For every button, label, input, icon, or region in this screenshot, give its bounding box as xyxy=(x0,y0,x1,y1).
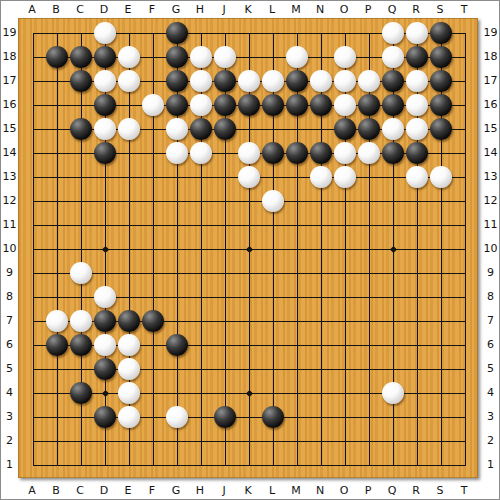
intersection-J17[interactable] xyxy=(213,69,237,93)
intersection-R4[interactable] xyxy=(405,381,429,405)
intersection-S6[interactable] xyxy=(429,333,453,357)
intersection-K2[interactable] xyxy=(237,429,261,453)
intersection-J7[interactable] xyxy=(213,309,237,333)
intersection-D5[interactable] xyxy=(93,357,117,381)
intersection-P8[interactable] xyxy=(357,285,381,309)
intersection-H17[interactable] xyxy=(189,69,213,93)
intersection-C8[interactable] xyxy=(69,285,93,309)
intersection-T13[interactable] xyxy=(453,165,477,189)
intersection-O9[interactable] xyxy=(333,261,357,285)
intersection-H6[interactable] xyxy=(189,333,213,357)
intersection-P12[interactable] xyxy=(357,189,381,213)
intersection-B6[interactable] xyxy=(45,333,69,357)
intersection-M3[interactable] xyxy=(285,405,309,429)
intersection-O11[interactable] xyxy=(333,213,357,237)
intersection-N12[interactable] xyxy=(309,189,333,213)
intersection-N17[interactable] xyxy=(309,69,333,93)
intersection-F14[interactable] xyxy=(141,141,165,165)
intersection-S16[interactable] xyxy=(429,93,453,117)
intersection-T6[interactable] xyxy=(453,333,477,357)
intersection-O15[interactable] xyxy=(333,117,357,141)
intersection-J2[interactable] xyxy=(213,429,237,453)
intersection-J6[interactable] xyxy=(213,333,237,357)
intersection-P11[interactable] xyxy=(357,213,381,237)
intersection-T15[interactable] xyxy=(453,117,477,141)
intersection-E11[interactable] xyxy=(117,213,141,237)
intersection-R10[interactable] xyxy=(405,237,429,261)
intersection-S15[interactable] xyxy=(429,117,453,141)
intersection-L8[interactable] xyxy=(261,285,285,309)
intersection-L18[interactable] xyxy=(261,45,285,69)
intersection-Q17[interactable] xyxy=(381,69,405,93)
intersection-R6[interactable] xyxy=(405,333,429,357)
intersection-G3[interactable] xyxy=(165,405,189,429)
intersection-O12[interactable] xyxy=(333,189,357,213)
intersection-K11[interactable] xyxy=(237,213,261,237)
intersection-D8[interactable] xyxy=(93,285,117,309)
intersection-T12[interactable] xyxy=(453,189,477,213)
intersection-T10[interactable] xyxy=(453,237,477,261)
intersection-B9[interactable] xyxy=(45,261,69,285)
intersection-Q5[interactable] xyxy=(381,357,405,381)
intersection-J19[interactable] xyxy=(213,21,237,45)
intersection-S8[interactable] xyxy=(429,285,453,309)
intersection-T9[interactable] xyxy=(453,261,477,285)
intersection-H1[interactable] xyxy=(189,453,213,477)
intersection-A1[interactable] xyxy=(21,453,45,477)
intersection-C7[interactable] xyxy=(69,309,93,333)
intersection-N5[interactable] xyxy=(309,357,333,381)
intersection-P14[interactable] xyxy=(357,141,381,165)
intersection-L15[interactable] xyxy=(261,117,285,141)
intersection-N3[interactable] xyxy=(309,405,333,429)
intersection-E14[interactable] xyxy=(117,141,141,165)
intersection-M12[interactable] xyxy=(285,189,309,213)
intersection-C13[interactable] xyxy=(69,165,93,189)
intersection-M17[interactable] xyxy=(285,69,309,93)
intersection-L3[interactable] xyxy=(261,405,285,429)
intersection-Q16[interactable] xyxy=(381,93,405,117)
intersection-M7[interactable] xyxy=(285,309,309,333)
intersection-J12[interactable] xyxy=(213,189,237,213)
intersection-J3[interactable] xyxy=(213,405,237,429)
intersection-N11[interactable] xyxy=(309,213,333,237)
intersection-Q3[interactable] xyxy=(381,405,405,429)
intersection-T8[interactable] xyxy=(453,285,477,309)
intersection-H2[interactable] xyxy=(189,429,213,453)
intersection-A6[interactable] xyxy=(21,333,45,357)
intersection-H13[interactable] xyxy=(189,165,213,189)
intersection-P18[interactable] xyxy=(357,45,381,69)
intersection-P17[interactable] xyxy=(357,69,381,93)
intersection-D9[interactable] xyxy=(93,261,117,285)
intersection-S4[interactable] xyxy=(429,381,453,405)
intersection-A12[interactable] xyxy=(21,189,45,213)
intersection-E5[interactable] xyxy=(117,357,141,381)
intersection-H15[interactable] xyxy=(189,117,213,141)
intersection-L1[interactable] xyxy=(261,453,285,477)
intersection-A17[interactable] xyxy=(21,69,45,93)
intersection-F9[interactable] xyxy=(141,261,165,285)
intersection-O7[interactable] xyxy=(333,309,357,333)
intersection-E18[interactable] xyxy=(117,45,141,69)
intersection-F12[interactable] xyxy=(141,189,165,213)
intersection-R18[interactable] xyxy=(405,45,429,69)
intersection-F18[interactable] xyxy=(141,45,165,69)
intersection-K14[interactable] xyxy=(237,141,261,165)
intersection-L11[interactable] xyxy=(261,213,285,237)
intersection-D13[interactable] xyxy=(93,165,117,189)
intersection-N1[interactable] xyxy=(309,453,333,477)
intersection-J14[interactable] xyxy=(213,141,237,165)
intersection-E19[interactable] xyxy=(117,21,141,45)
intersection-B17[interactable] xyxy=(45,69,69,93)
intersection-T18[interactable] xyxy=(453,45,477,69)
intersection-L6[interactable] xyxy=(261,333,285,357)
intersection-H12[interactable] xyxy=(189,189,213,213)
intersection-M15[interactable] xyxy=(285,117,309,141)
intersection-C11[interactable] xyxy=(69,213,93,237)
intersection-F10[interactable] xyxy=(141,237,165,261)
intersection-T19[interactable] xyxy=(453,21,477,45)
intersection-K18[interactable] xyxy=(237,45,261,69)
intersection-N18[interactable] xyxy=(309,45,333,69)
intersection-A4[interactable] xyxy=(21,381,45,405)
intersection-J8[interactable] xyxy=(213,285,237,309)
intersection-O18[interactable] xyxy=(333,45,357,69)
intersection-C18[interactable] xyxy=(69,45,93,69)
intersection-G18[interactable] xyxy=(165,45,189,69)
intersection-T2[interactable] xyxy=(453,429,477,453)
intersection-R2[interactable] xyxy=(405,429,429,453)
intersection-D1[interactable] xyxy=(93,453,117,477)
intersection-M10[interactable] xyxy=(285,237,309,261)
intersection-C16[interactable] xyxy=(69,93,93,117)
intersection-R9[interactable] xyxy=(405,261,429,285)
intersection-D11[interactable] xyxy=(93,213,117,237)
intersection-L7[interactable] xyxy=(261,309,285,333)
intersection-O8[interactable] xyxy=(333,285,357,309)
intersection-P1[interactable] xyxy=(357,453,381,477)
intersection-F1[interactable] xyxy=(141,453,165,477)
intersection-C14[interactable] xyxy=(69,141,93,165)
intersection-H19[interactable] xyxy=(189,21,213,45)
intersection-C2[interactable] xyxy=(69,429,93,453)
intersection-M19[interactable] xyxy=(285,21,309,45)
intersection-A5[interactable] xyxy=(21,357,45,381)
intersection-P6[interactable] xyxy=(357,333,381,357)
intersection-N13[interactable] xyxy=(309,165,333,189)
intersection-B5[interactable] xyxy=(45,357,69,381)
intersection-J13[interactable] xyxy=(213,165,237,189)
intersection-R5[interactable] xyxy=(405,357,429,381)
intersection-D4[interactable] xyxy=(93,381,117,405)
intersection-B2[interactable] xyxy=(45,429,69,453)
intersection-N2[interactable] xyxy=(309,429,333,453)
intersection-E10[interactable] xyxy=(117,237,141,261)
intersection-P13[interactable] xyxy=(357,165,381,189)
intersection-N15[interactable] xyxy=(309,117,333,141)
intersection-M2[interactable] xyxy=(285,429,309,453)
intersection-S3[interactable] xyxy=(429,405,453,429)
intersection-Q12[interactable] xyxy=(381,189,405,213)
intersection-P2[interactable] xyxy=(357,429,381,453)
intersection-A15[interactable] xyxy=(21,117,45,141)
intersection-E7[interactable] xyxy=(117,309,141,333)
intersection-D19[interactable] xyxy=(93,21,117,45)
intersection-E6[interactable] xyxy=(117,333,141,357)
intersection-N4[interactable] xyxy=(309,381,333,405)
intersection-E2[interactable] xyxy=(117,429,141,453)
intersection-G6[interactable] xyxy=(165,333,189,357)
intersection-A8[interactable] xyxy=(21,285,45,309)
intersection-Q10[interactable] xyxy=(381,237,405,261)
intersection-N6[interactable] xyxy=(309,333,333,357)
intersection-S18[interactable] xyxy=(429,45,453,69)
intersection-L19[interactable] xyxy=(261,21,285,45)
intersection-K13[interactable] xyxy=(237,165,261,189)
intersection-R19[interactable] xyxy=(405,21,429,45)
intersection-S7[interactable] xyxy=(429,309,453,333)
intersection-L10[interactable] xyxy=(261,237,285,261)
intersection-K4[interactable] xyxy=(237,381,261,405)
intersection-S12[interactable] xyxy=(429,189,453,213)
intersection-N10[interactable] xyxy=(309,237,333,261)
intersection-F13[interactable] xyxy=(141,165,165,189)
intersection-F7[interactable] xyxy=(141,309,165,333)
intersection-M11[interactable] xyxy=(285,213,309,237)
intersection-S11[interactable] xyxy=(429,213,453,237)
intersection-H10[interactable] xyxy=(189,237,213,261)
intersection-F17[interactable] xyxy=(141,69,165,93)
intersection-E4[interactable] xyxy=(117,381,141,405)
intersection-H4[interactable] xyxy=(189,381,213,405)
intersection-L2[interactable] xyxy=(261,429,285,453)
intersection-C1[interactable] xyxy=(69,453,93,477)
intersection-M8[interactable] xyxy=(285,285,309,309)
intersection-R11[interactable] xyxy=(405,213,429,237)
intersection-R13[interactable] xyxy=(405,165,429,189)
intersection-T11[interactable] xyxy=(453,213,477,237)
intersection-J18[interactable] xyxy=(213,45,237,69)
intersection-K3[interactable] xyxy=(237,405,261,429)
intersection-B10[interactable] xyxy=(45,237,69,261)
intersection-M13[interactable] xyxy=(285,165,309,189)
intersection-K16[interactable] xyxy=(237,93,261,117)
intersection-T14[interactable] xyxy=(453,141,477,165)
intersection-M5[interactable] xyxy=(285,357,309,381)
intersection-C12[interactable] xyxy=(69,189,93,213)
intersection-S9[interactable] xyxy=(429,261,453,285)
intersection-R7[interactable] xyxy=(405,309,429,333)
intersection-C19[interactable] xyxy=(69,21,93,45)
intersection-Q13[interactable] xyxy=(381,165,405,189)
intersection-M6[interactable] xyxy=(285,333,309,357)
intersection-M16[interactable] xyxy=(285,93,309,117)
intersection-E16[interactable] xyxy=(117,93,141,117)
intersection-Q15[interactable] xyxy=(381,117,405,141)
intersection-N8[interactable] xyxy=(309,285,333,309)
intersection-B19[interactable] xyxy=(45,21,69,45)
intersection-J10[interactable] xyxy=(213,237,237,261)
intersection-M9[interactable] xyxy=(285,261,309,285)
intersection-C3[interactable] xyxy=(69,405,93,429)
intersection-H11[interactable] xyxy=(189,213,213,237)
intersection-P5[interactable] xyxy=(357,357,381,381)
intersection-Q9[interactable] xyxy=(381,261,405,285)
intersection-H18[interactable] xyxy=(189,45,213,69)
intersection-M18[interactable] xyxy=(285,45,309,69)
intersection-O6[interactable] xyxy=(333,333,357,357)
intersection-L9[interactable] xyxy=(261,261,285,285)
intersection-A10[interactable] xyxy=(21,237,45,261)
intersection-G5[interactable] xyxy=(165,357,189,381)
intersection-K10[interactable] xyxy=(237,237,261,261)
intersection-F2[interactable] xyxy=(141,429,165,453)
intersection-Q7[interactable] xyxy=(381,309,405,333)
intersection-H8[interactable] xyxy=(189,285,213,309)
intersection-J16[interactable] xyxy=(213,93,237,117)
intersection-C9[interactable] xyxy=(69,261,93,285)
intersection-O10[interactable] xyxy=(333,237,357,261)
intersection-J4[interactable] xyxy=(213,381,237,405)
intersection-A19[interactable] xyxy=(21,21,45,45)
intersection-B4[interactable] xyxy=(45,381,69,405)
intersection-O5[interactable] xyxy=(333,357,357,381)
intersection-B1[interactable] xyxy=(45,453,69,477)
intersection-G12[interactable] xyxy=(165,189,189,213)
intersection-K15[interactable] xyxy=(237,117,261,141)
intersection-E3[interactable] xyxy=(117,405,141,429)
intersection-Q14[interactable] xyxy=(381,141,405,165)
intersection-D15[interactable] xyxy=(93,117,117,141)
intersection-T16[interactable] xyxy=(453,93,477,117)
intersection-H5[interactable] xyxy=(189,357,213,381)
intersection-Q6[interactable] xyxy=(381,333,405,357)
intersection-C6[interactable] xyxy=(69,333,93,357)
intersection-K9[interactable] xyxy=(237,261,261,285)
intersection-D16[interactable] xyxy=(93,93,117,117)
intersection-K8[interactable] xyxy=(237,285,261,309)
intersection-A9[interactable] xyxy=(21,261,45,285)
intersection-D12[interactable] xyxy=(93,189,117,213)
intersection-S14[interactable] xyxy=(429,141,453,165)
intersection-B14[interactable] xyxy=(45,141,69,165)
intersection-G2[interactable] xyxy=(165,429,189,453)
intersection-E12[interactable] xyxy=(117,189,141,213)
intersection-K17[interactable] xyxy=(237,69,261,93)
intersection-B7[interactable] xyxy=(45,309,69,333)
intersection-R16[interactable] xyxy=(405,93,429,117)
intersection-L14[interactable] xyxy=(261,141,285,165)
intersection-A16[interactable] xyxy=(21,93,45,117)
intersection-S5[interactable] xyxy=(429,357,453,381)
intersection-R1[interactable] xyxy=(405,453,429,477)
intersection-C5[interactable] xyxy=(69,357,93,381)
intersection-S13[interactable] xyxy=(429,165,453,189)
intersection-G19[interactable] xyxy=(165,21,189,45)
intersection-N7[interactable] xyxy=(309,309,333,333)
intersection-P19[interactable] xyxy=(357,21,381,45)
intersection-F19[interactable] xyxy=(141,21,165,45)
intersection-E9[interactable] xyxy=(117,261,141,285)
intersection-H9[interactable] xyxy=(189,261,213,285)
intersection-T4[interactable] xyxy=(453,381,477,405)
intersection-A2[interactable] xyxy=(21,429,45,453)
intersection-K5[interactable] xyxy=(237,357,261,381)
intersection-R12[interactable] xyxy=(405,189,429,213)
intersection-M4[interactable] xyxy=(285,381,309,405)
intersection-J11[interactable] xyxy=(213,213,237,237)
intersection-O1[interactable] xyxy=(333,453,357,477)
intersection-P9[interactable] xyxy=(357,261,381,285)
intersection-S2[interactable] xyxy=(429,429,453,453)
intersection-Q2[interactable] xyxy=(381,429,405,453)
intersection-T5[interactable] xyxy=(453,357,477,381)
intersection-S1[interactable] xyxy=(429,453,453,477)
intersection-H7[interactable] xyxy=(189,309,213,333)
intersection-E1[interactable] xyxy=(117,453,141,477)
intersection-B15[interactable] xyxy=(45,117,69,141)
intersection-D10[interactable] xyxy=(93,237,117,261)
intersection-S10[interactable] xyxy=(429,237,453,261)
intersection-F8[interactable] xyxy=(141,285,165,309)
intersection-H3[interactable] xyxy=(189,405,213,429)
intersection-E15[interactable] xyxy=(117,117,141,141)
intersection-A7[interactable] xyxy=(21,309,45,333)
intersection-G14[interactable] xyxy=(165,141,189,165)
intersection-B12[interactable] xyxy=(45,189,69,213)
intersection-J5[interactable] xyxy=(213,357,237,381)
intersection-M14[interactable] xyxy=(285,141,309,165)
intersection-O17[interactable] xyxy=(333,69,357,93)
intersection-P4[interactable] xyxy=(357,381,381,405)
intersection-G1[interactable] xyxy=(165,453,189,477)
intersection-K19[interactable] xyxy=(237,21,261,45)
intersection-T3[interactable] xyxy=(453,405,477,429)
intersection-E17[interactable] xyxy=(117,69,141,93)
intersection-C10[interactable] xyxy=(69,237,93,261)
intersection-C17[interactable] xyxy=(69,69,93,93)
intersection-T1[interactable] xyxy=(453,453,477,477)
intersection-T17[interactable] xyxy=(453,69,477,93)
intersection-L4[interactable] xyxy=(261,381,285,405)
intersection-D6[interactable] xyxy=(93,333,117,357)
intersection-K6[interactable] xyxy=(237,333,261,357)
intersection-G4[interactable] xyxy=(165,381,189,405)
intersection-F11[interactable] xyxy=(141,213,165,237)
intersection-L5[interactable] xyxy=(261,357,285,381)
intersection-G13[interactable] xyxy=(165,165,189,189)
intersection-O4[interactable] xyxy=(333,381,357,405)
intersection-J9[interactable] xyxy=(213,261,237,285)
intersection-H14[interactable] xyxy=(189,141,213,165)
intersection-Q18[interactable] xyxy=(381,45,405,69)
intersection-S17[interactable] xyxy=(429,69,453,93)
intersection-R17[interactable] xyxy=(405,69,429,93)
intersection-G10[interactable] xyxy=(165,237,189,261)
intersection-K1[interactable] xyxy=(237,453,261,477)
intersection-D17[interactable] xyxy=(93,69,117,93)
intersection-F3[interactable] xyxy=(141,405,165,429)
intersection-A3[interactable] xyxy=(21,405,45,429)
intersection-P16[interactable] xyxy=(357,93,381,117)
intersection-Q19[interactable] xyxy=(381,21,405,45)
intersection-G7[interactable] xyxy=(165,309,189,333)
intersection-F16[interactable] xyxy=(141,93,165,117)
intersection-B16[interactable] xyxy=(45,93,69,117)
intersection-B18[interactable] xyxy=(45,45,69,69)
